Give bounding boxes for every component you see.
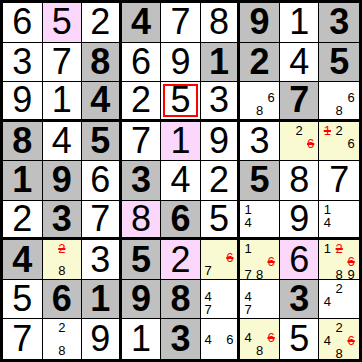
digit: 9 — [90, 321, 110, 357]
digit: 3 — [90, 242, 110, 278]
candidate-digit-eliminated: 2 — [333, 242, 345, 255]
digit: 4 — [52, 123, 72, 159]
digit: 5 — [289, 321, 309, 357]
cell-r6c5[interactable]: 6 — [161, 201, 201, 241]
candidate-digit-eliminated: 6 — [224, 251, 235, 264]
cell-r6c7[interactable]: 14 — [240, 201, 280, 241]
cell-r4c7[interactable]: 3 — [240, 122, 280, 162]
cell-r5c8[interactable]: 8 — [280, 161, 320, 201]
digit: 8 — [209, 4, 229, 40]
digit: 9 — [12, 82, 32, 118]
given-digit: 6 — [52, 281, 72, 317]
digit: 6 — [12, 4, 32, 40]
candidates-grid: 68 — [240, 82, 279, 119]
cell-r8c3[interactable]: 1 — [82, 280, 122, 320]
candidate-digit: 4 — [203, 333, 214, 346]
cell-r5c1[interactable]: 1 — [3, 161, 43, 201]
digit: 3 — [12, 44, 32, 80]
candidates-grid: 26 — [280, 122, 319, 161]
cell-r9c1[interactable]: 7 — [3, 319, 43, 359]
candidate-digit: 8 — [56, 264, 68, 277]
cell-r1c4[interactable]: 4 — [122, 3, 162, 43]
digit: 5 — [170, 82, 190, 118]
given-digit: 1 — [209, 44, 229, 80]
cell-r1c7[interactable]: 9 — [240, 3, 280, 43]
given-digit: 3 — [329, 4, 349, 40]
cell-r4c2[interactable]: 4 — [43, 122, 83, 162]
candidates-grid: 14 — [319, 201, 359, 238]
cell-r2c8[interactable]: 4 — [280, 43, 320, 83]
cell-r1c2[interactable]: 5 — [43, 3, 83, 43]
cell-r1c6[interactable]: 8 — [201, 3, 241, 43]
cell-r6c2[interactable]: 3 — [43, 201, 83, 241]
cell-r9c4[interactable]: 1 — [122, 319, 162, 359]
cell-r8c1[interactable]: 5 — [3, 280, 43, 320]
cell-r6c1[interactable]: 2 — [3, 201, 43, 241]
given-digit: 3 — [170, 321, 190, 357]
given-digit: 5 — [329, 44, 349, 80]
digit: 2 — [12, 201, 32, 237]
cell-r9c3[interactable]: 9 — [82, 319, 122, 359]
given-digit: 5 — [90, 123, 110, 159]
given-digit: 3 — [289, 281, 309, 317]
candidate-digit: 7 — [203, 264, 214, 277]
candidates-grid: 67 — [201, 240, 238, 279]
candidate-digit: 1 — [321, 242, 333, 255]
cell-r7c9[interactable]: 12689 — [319, 240, 359, 280]
sudoku-board: 6524789133786912459142536876884571932612… — [0, 0, 362, 362]
candidates-grid: 2468 — [319, 319, 359, 359]
candidate-digit: 2 — [333, 321, 345, 334]
candidates-grid: 126 — [319, 122, 359, 161]
candidate-digit-eliminated: 6 — [305, 137, 317, 150]
candidate-digit: 6 — [345, 91, 357, 104]
cell-r7c8[interactable]: 6 — [280, 240, 320, 280]
digit: 5 — [12, 281, 32, 317]
cell-r3c6[interactable]: 3 — [201, 82, 241, 122]
cell-r9c2[interactable]: 28 — [43, 319, 83, 359]
digit: 7 — [90, 201, 110, 237]
candidate-digit: 8 — [333, 268, 345, 280]
digit: 9 — [289, 201, 309, 237]
digit: 3 — [209, 82, 229, 118]
candidates-grid: 28 — [43, 240, 82, 279]
candidate-digit: 7 — [242, 268, 254, 280]
candidates-grid: 28 — [43, 319, 82, 359]
given-digit: 4 — [90, 82, 110, 118]
cell-r1c5[interactable]: 7 — [161, 3, 201, 43]
digit: 9 — [209, 123, 229, 159]
digit: 7 — [52, 44, 72, 80]
digit: 1 — [52, 82, 72, 118]
candidate-digit: 9 — [345, 268, 357, 280]
digit: 8 — [289, 162, 309, 198]
given-digit: 9 — [250, 4, 270, 40]
cell-r8c4[interactable]: 9 — [122, 280, 162, 320]
cell-r2c2[interactable]: 7 — [43, 43, 83, 83]
candidates-grid: 14 — [240, 201, 279, 238]
candidate-digit: 7 — [242, 303, 254, 316]
given-digit: 8 — [170, 281, 190, 317]
cell-r6c9[interactable]: 14 — [319, 201, 359, 241]
cell-r5c3[interactable]: 6 — [82, 161, 122, 201]
given-digit: 3 — [52, 201, 72, 237]
digit: 2 — [90, 4, 110, 40]
candidate-digit: 8 — [254, 344, 266, 357]
cell-r5c7[interactable]: 5 — [240, 161, 280, 201]
candidate-digit: 4 — [242, 331, 254, 344]
candidate-digit-eliminated: 6 — [265, 331, 277, 344]
digit: 5 — [52, 4, 72, 40]
digit: 1 — [289, 4, 309, 40]
candidate-digit: 2 — [333, 282, 345, 295]
cell-r6c6[interactable]: 5 — [201, 201, 241, 241]
candidate-digit-eliminated: 6 — [345, 334, 357, 347]
given-digit: 7 — [289, 82, 309, 118]
given-digit: 9 — [131, 281, 151, 317]
given-digit: 2 — [250, 44, 270, 80]
candidates-grid: 468 — [240, 319, 279, 359]
candidate-digit-eliminated: 2 — [56, 242, 68, 255]
digit: 5 — [209, 201, 229, 237]
digit: 3 — [250, 123, 270, 159]
candidates-grid: 24 — [319, 280, 359, 319]
cell-r3c8[interactable]: 7 — [280, 82, 320, 122]
cell-r2c6[interactable]: 1 — [201, 43, 241, 83]
cell-r3c7[interactable]: 68 — [240, 82, 280, 122]
cell-r3c4[interactable]: 2 — [122, 82, 162, 122]
digit: 2 — [170, 242, 190, 278]
cell-r1c3[interactable]: 2 — [82, 3, 122, 43]
cell-r8c7[interactable]: 47 — [240, 280, 280, 320]
candidate-digit: 6 — [224, 333, 235, 346]
cell-r2c9[interactable]: 5 — [319, 43, 359, 83]
cell-r9c9[interactable]: 2468 — [319, 319, 359, 359]
candidate-digit: 4 — [321, 216, 333, 229]
cell-r3c9[interactable]: 68 — [319, 82, 359, 122]
cell-r8c9[interactable]: 24 — [319, 280, 359, 320]
cell-r8c8[interactable]: 3 — [280, 280, 320, 320]
cell-r8c6[interactable]: 47 — [201, 280, 241, 320]
cell-r3c5[interactable]: 5 — [161, 82, 201, 122]
given-digit: 4 — [131, 4, 151, 40]
digit: 7 — [329, 162, 349, 198]
cell-r9c6[interactable]: 46 — [201, 319, 241, 359]
digit: 7 — [170, 4, 190, 40]
candidates-grid: 1678 — [240, 240, 279, 279]
cell-r9c8[interactable]: 5 — [280, 319, 320, 359]
candidate-digit: 2 — [293, 124, 305, 137]
cell-r7c6[interactable]: 67 — [201, 240, 241, 280]
cell-r4c1[interactable]: 8 — [3, 122, 43, 162]
digit: 7 — [12, 321, 32, 357]
candidate-digit: 1 — [242, 203, 254, 216]
cell-r8c5[interactable]: 8 — [161, 280, 201, 320]
given-digit: 8 — [12, 123, 32, 159]
cell-r7c3[interactable]: 3 — [82, 240, 122, 280]
candidate-digit: 8 — [333, 347, 345, 359]
cell-r4c6[interactable]: 9 — [201, 122, 241, 162]
candidate-digit: 4 — [321, 334, 333, 347]
cell-r5c4[interactable]: 3 — [122, 161, 162, 201]
cell-r9c7[interactable]: 468 — [240, 319, 280, 359]
digit: 6 — [90, 162, 110, 198]
candidates-grid: 47 — [201, 280, 238, 319]
cell-r8c2[interactable]: 6 — [43, 280, 83, 320]
cell-r9c5[interactable]: 3 — [161, 319, 201, 359]
given-digit: 5 — [250, 162, 270, 198]
digit: 1 — [131, 321, 151, 357]
cell-r2c3[interactable]: 8 — [82, 43, 122, 83]
given-digit: 9 — [52, 162, 72, 198]
given-digit: 1 — [90, 281, 110, 317]
cell-r6c8[interactable]: 9 — [280, 201, 320, 241]
digit: 7 — [131, 123, 151, 159]
given-digit: 5 — [131, 242, 151, 278]
cell-r4c4[interactable]: 7 — [122, 122, 162, 162]
candidate-digit: 8 — [56, 344, 68, 357]
cell-r2c7[interactable]: 2 — [240, 43, 280, 83]
cell-r5c2[interactable]: 9 — [43, 161, 83, 201]
digit: 8 — [131, 201, 151, 237]
given-digit: 3 — [131, 162, 151, 198]
candidate-digit: 8 — [333, 104, 345, 117]
digit: 2 — [131, 82, 151, 118]
given-digit: 4 — [12, 242, 32, 278]
candidate-digit-eliminated: 6 — [265, 255, 277, 268]
candidate-digit: 4 — [242, 216, 254, 229]
cell-r5c9[interactable]: 7 — [319, 161, 359, 201]
cell-r3c2[interactable]: 1 — [43, 82, 83, 122]
cell-r7c4[interactable]: 5 — [122, 240, 162, 280]
digit: 6 — [289, 242, 309, 278]
cell-r1c8[interactable]: 1 — [280, 3, 320, 43]
cell-r7c1[interactable]: 4 — [3, 240, 43, 280]
candidate-digit: 8 — [254, 268, 266, 280]
cell-r4c5[interactable]: 1 — [161, 122, 201, 162]
candidate-digit: 2 — [56, 321, 68, 334]
cell-r7c5[interactable]: 2 — [161, 240, 201, 280]
cell-r5c5[interactable]: 4 — [161, 161, 201, 201]
cell-r5c6[interactable]: 2 — [201, 161, 241, 201]
cell-r2c4[interactable]: 6 — [122, 43, 162, 83]
cell-r7c2[interactable]: 28 — [43, 240, 83, 280]
cell-r3c3[interactable]: 4 — [82, 82, 122, 122]
cell-r2c5[interactable]: 9 — [161, 43, 201, 83]
candidates-grid: 12689 — [319, 240, 359, 279]
digit: 1 — [170, 123, 190, 159]
candidate-digit: 2 — [333, 124, 345, 137]
cell-r6c3[interactable]: 7 — [82, 201, 122, 241]
candidate-digit: 6 — [265, 91, 277, 104]
cell-r6c4[interactable]: 8 — [122, 201, 162, 241]
cell-r7c7[interactable]: 1678 — [240, 240, 280, 280]
given-digit: 8 — [90, 44, 110, 80]
digit: 2 — [209, 162, 229, 198]
digit: 4 — [170, 162, 190, 198]
given-digit: 1 — [12, 162, 32, 198]
cell-r2c1[interactable]: 3 — [3, 43, 43, 83]
given-digit: 6 — [170, 201, 190, 237]
candidates-grid: 46 — [201, 319, 238, 359]
candidate-digit: 1 — [321, 203, 333, 216]
candidate-digit-eliminated: 1 — [321, 124, 333, 137]
digit: 4 — [289, 44, 309, 80]
cell-r4c9[interactable]: 126 — [319, 122, 359, 162]
digit: 9 — [170, 44, 190, 80]
cell-r1c1[interactable]: 6 — [3, 3, 43, 43]
digit: 6 — [131, 44, 151, 80]
candidate-digit: 4 — [321, 295, 333, 308]
candidate-digit: 6 — [345, 137, 357, 150]
cell-r4c8[interactable]: 26 — [280, 122, 320, 162]
cell-r1c9[interactable]: 3 — [319, 3, 359, 43]
candidate-digit: 1 — [242, 242, 254, 255]
cell-r3c1[interactable]: 9 — [3, 82, 43, 122]
candidate-digit: 7 — [203, 303, 214, 316]
candidates-grid: 47 — [240, 280, 279, 319]
candidate-digit: 8 — [254, 104, 266, 117]
cell-r4c3[interactable]: 5 — [82, 122, 122, 162]
candidates-grid: 68 — [319, 82, 359, 119]
